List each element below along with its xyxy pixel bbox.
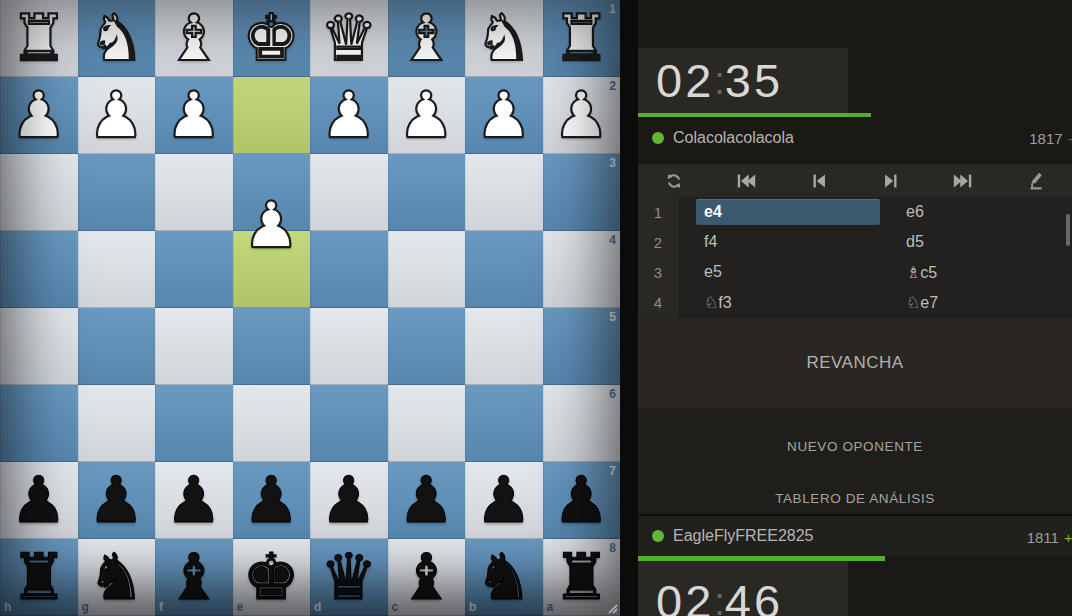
square-f6[interactable]	[155, 385, 233, 462]
move-row: 2f4d5	[638, 227, 1072, 257]
opponent-clock-time: 02:35	[656, 53, 783, 108]
white-pawn[interactable]: ♟	[553, 77, 610, 154]
move-text[interactable]: f4	[704, 229, 717, 255]
white-pawn[interactable]: ♟	[10, 77, 67, 154]
file-label-d: d	[314, 601, 321, 613]
square-e2[interactable]	[233, 77, 311, 154]
square-a1[interactable]: ♜1	[543, 0, 621, 77]
square-d2[interactable]: ♟	[310, 77, 388, 154]
rank-label-1: 1	[609, 3, 616, 15]
square-f5[interactable]	[155, 308, 233, 385]
previous-move-icon[interactable]	[799, 168, 839, 194]
square-c8[interactable]: ♝c	[388, 539, 466, 616]
white-move[interactable]: f4	[678, 229, 875, 255]
online-dot-icon	[652, 530, 664, 542]
square-e6[interactable]	[233, 385, 311, 462]
move-row: 4♘f3♘e7	[638, 287, 1072, 317]
move-text[interactable]: ♘f3	[704, 289, 732, 316]
square-b6[interactable]	[465, 385, 543, 462]
square-d1[interactable]: ♛	[310, 0, 388, 77]
file-label-e: e	[237, 601, 244, 613]
square-a4[interactable]: 4	[543, 231, 621, 308]
rematch-button-label: REVANCHA	[806, 353, 903, 373]
white-pawn[interactable]: ♟	[475, 77, 532, 154]
black-knight[interactable]: ♞	[88, 539, 145, 616]
move-text[interactable]: d5	[906, 229, 924, 255]
rank-label-4: 4	[609, 234, 616, 246]
white-knight[interactable]: ♞	[475, 0, 532, 77]
black-pawn[interactable]: ♟	[88, 462, 145, 539]
new-opponent-label: NUEVO OPONENTE	[787, 439, 923, 454]
square-f2[interactable]: ♟	[155, 77, 233, 154]
rank-label-5: 5	[609, 311, 616, 323]
white-move[interactable]: e5	[678, 259, 875, 285]
square-f4[interactable]	[155, 231, 233, 308]
black-bishop[interactable]: ♝	[165, 539, 222, 616]
black-move[interactable]: d5	[875, 229, 1072, 255]
square-f1[interactable]: ♝	[155, 0, 233, 77]
square-c3[interactable]	[388, 154, 466, 231]
rematch-button[interactable]: REVANCHA	[638, 318, 1072, 408]
square-c1[interactable]: ♝	[388, 0, 466, 77]
move-number: 2	[638, 227, 678, 257]
black-move[interactable]: e6	[875, 199, 1072, 225]
square-c7[interactable]: ♟	[388, 462, 466, 539]
own-rating-delta: +5	[1064, 529, 1072, 546]
square-c5[interactable]	[388, 308, 466, 385]
square-a6[interactable]: 6	[543, 385, 621, 462]
square-e1[interactable]: ♚	[233, 0, 311, 77]
square-b2[interactable]: ♟	[465, 77, 543, 154]
file-label-h: h	[4, 601, 11, 613]
square-e8[interactable]: ♚e	[233, 539, 311, 616]
white-rook[interactable]: ♜	[553, 0, 610, 77]
square-d8[interactable]: ♛d	[310, 539, 388, 616]
square-g2[interactable]: ♟	[78, 77, 156, 154]
current-move[interactable]: e4	[696, 199, 880, 225]
black-pawn[interactable]: ♟	[10, 462, 67, 539]
square-a3[interactable]: 3	[543, 154, 621, 231]
black-pawn[interactable]: ♟	[553, 462, 610, 539]
square-a5[interactable]: 5	[543, 308, 621, 385]
square-b7[interactable]: ♟	[465, 462, 543, 539]
square-a2[interactable]: ♟2	[543, 77, 621, 154]
black-bishop[interactable]: ♝	[398, 539, 455, 616]
square-g7[interactable]: ♟	[78, 462, 156, 539]
square-f7[interactable]: ♟	[155, 462, 233, 539]
square-b1[interactable]: ♞	[465, 0, 543, 77]
opponent-rating-delta: -6	[1068, 130, 1072, 147]
secondary-actions: NUEVO OPONENTE TABLERO DE ANÁLISIS	[638, 408, 1072, 514]
white-pawn[interactable]: ♟	[88, 77, 145, 154]
black-king[interactable]: ♚	[243, 539, 300, 616]
opponent-clock: 02:35	[638, 48, 848, 113]
move-number: 3	[638, 257, 678, 287]
chess-board[interactable]: ♜♞♝♚♛♝♞♜1♟♟♟♟♟♟♟23♟456♟♟♟♟♟♟♟♟7♜h♞g♝f♚e♛…	[0, 0, 620, 616]
move-list-scrollbar[interactable]	[1066, 214, 1070, 246]
square-d5[interactable]	[310, 308, 388, 385]
move-text[interactable]: e5	[704, 259, 722, 285]
board-grid[interactable]: ♜♞♝♚♛♝♞♜1♟♟♟♟♟♟♟23♟456♟♟♟♟♟♟♟♟7♜h♞g♝f♚e♛…	[0, 0, 620, 616]
last-move-icon[interactable]	[943, 168, 983, 194]
white-pawn[interactable]: ♟	[398, 77, 455, 154]
game-side-panel: 02:35 Colacolacolacola 1817 -6	[638, 0, 1072, 616]
square-a7[interactable]: ♟7	[543, 462, 621, 539]
square-e4[interactable]: ♟	[233, 231, 311, 308]
square-f8[interactable]: ♝f	[155, 539, 233, 616]
white-pawn[interactable]: ♟	[243, 187, 300, 264]
square-h1[interactable]: ♜	[0, 0, 78, 77]
black-queen[interactable]: ♛	[320, 539, 377, 616]
own-clock: 02:46	[638, 561, 848, 616]
analysis-board-label: TABLERO DE ANÁLISIS	[775, 491, 935, 506]
opponent-rating-wrap: 1817 -6	[1029, 117, 1072, 159]
square-h5[interactable]	[0, 308, 78, 385]
white-pawn[interactable]: ♟	[165, 77, 222, 154]
square-b4[interactable]	[465, 231, 543, 308]
file-label-f: f	[159, 601, 163, 613]
square-f3[interactable]	[155, 154, 233, 231]
move-number: 1	[638, 197, 678, 227]
new-opponent-button[interactable]: NUEVO OPONENTE	[638, 429, 1072, 463]
square-g4[interactable]	[78, 231, 156, 308]
square-b8[interactable]: ♞b	[465, 539, 543, 616]
white-rook[interactable]: ♜	[10, 0, 67, 77]
rank-label-3: 3	[609, 157, 616, 169]
square-g1[interactable]: ♞	[78, 0, 156, 77]
opponent-rating: 1817	[1029, 130, 1062, 147]
move-list-box: 1e4e62f4d53e5♗c54♘f3♘e7	[638, 164, 1072, 318]
analysis-icon[interactable]	[1016, 168, 1056, 194]
black-pawn[interactable]: ♟	[475, 462, 532, 539]
online-dot-icon	[652, 132, 664, 144]
black-pawn[interactable]: ♟	[398, 462, 455, 539]
analysis-board-button[interactable]: TABLERO DE ANÁLISIS	[638, 481, 1072, 515]
black-knight[interactable]: ♞	[475, 539, 532, 616]
square-c4[interactable]	[388, 231, 466, 308]
square-e5[interactable]	[233, 308, 311, 385]
square-b3[interactable]	[465, 154, 543, 231]
own-player-row: EagleFlyFREE2825 1811 +5	[638, 514, 1072, 556]
square-h6[interactable]	[0, 385, 78, 462]
opponent-name[interactable]: Colacolacolacola	[673, 129, 794, 147]
black-pawn[interactable]: ♟	[243, 462, 300, 539]
opponent-player-row: Colacolacolacola 1817 -6	[638, 117, 1072, 159]
black-move[interactable]: ♗c5	[875, 259, 1072, 286]
white-bishop[interactable]: ♝	[398, 0, 455, 77]
black-rook[interactable]: ♜	[553, 539, 610, 616]
file-label-a: a	[547, 601, 554, 613]
rank-label-8: 8	[609, 542, 616, 554]
white-pawn[interactable]: ♟	[320, 77, 377, 154]
rank-label-2: 2	[609, 80, 616, 92]
square-g6[interactable]	[78, 385, 156, 462]
square-h2[interactable]: ♟	[0, 77, 78, 154]
file-label-c: c	[392, 601, 399, 613]
move-row: 1e4e6	[638, 197, 1072, 227]
file-label-b: b	[469, 601, 476, 613]
first-move-icon[interactable]	[726, 168, 766, 194]
move-navigation-bar	[638, 164, 1072, 197]
own-rating-wrap: 1811 +5	[1027, 516, 1072, 558]
black-rook[interactable]: ♜	[10, 539, 67, 616]
square-e7[interactable]: ♟	[233, 462, 311, 539]
square-h4[interactable]	[0, 231, 78, 308]
next-move-icon[interactable]	[871, 168, 911, 194]
square-c6[interactable]	[388, 385, 466, 462]
square-h7[interactable]: ♟	[0, 462, 78, 539]
own-name[interactable]: EagleFlyFREE2825	[673, 527, 814, 545]
move-list: 1e4e62f4d53e5♗c54♘f3♘e7	[638, 197, 1072, 318]
white-knight[interactable]: ♞	[88, 0, 145, 77]
square-h8[interactable]: ♜h	[0, 539, 78, 616]
own-rating: 1811	[1027, 529, 1059, 546]
own-clock-time: 02:46	[656, 574, 783, 616]
black-pawn[interactable]: ♟	[165, 462, 222, 539]
square-g5[interactable]	[78, 308, 156, 385]
square-d3[interactable]	[310, 154, 388, 231]
white-bishop[interactable]: ♝	[165, 0, 222, 77]
move-number: 4	[638, 287, 678, 317]
square-g3[interactable]	[78, 154, 156, 231]
square-d6[interactable]	[310, 385, 388, 462]
flip-board-icon[interactable]	[654, 168, 694, 194]
white-king[interactable]: ♚	[243, 0, 300, 77]
square-b5[interactable]	[465, 308, 543, 385]
board-resize-handle[interactable]	[605, 601, 618, 614]
black-move[interactable]: ♘e7	[875, 289, 1072, 316]
move-text[interactable]: e6	[906, 199, 924, 225]
move-text[interactable]: ♗c5	[906, 259, 937, 286]
file-label-g: g	[82, 601, 89, 613]
square-d4[interactable]	[310, 231, 388, 308]
white-move[interactable]: ♘f3	[678, 289, 875, 316]
white-queen[interactable]: ♛	[320, 0, 377, 77]
move-text[interactable]: ♘e7	[906, 289, 938, 316]
rank-label-6: 6	[609, 388, 616, 400]
square-g8[interactable]: ♞g	[78, 539, 156, 616]
square-h3[interactable]	[0, 154, 78, 231]
black-pawn[interactable]: ♟	[320, 462, 377, 539]
rank-label-7: 7	[609, 465, 616, 477]
square-c2[interactable]: ♟	[388, 77, 466, 154]
move-row: 3e5♗c5	[638, 257, 1072, 287]
white-move[interactable]: e4	[678, 199, 875, 225]
square-d7[interactable]: ♟	[310, 462, 388, 539]
